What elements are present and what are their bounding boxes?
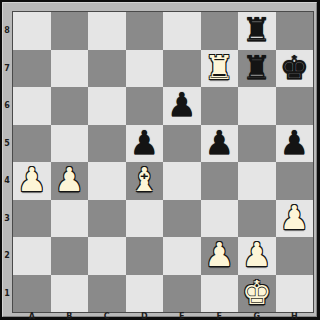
square-b6[interactable] xyxy=(51,87,89,125)
rank-label-2: 2 xyxy=(3,237,11,275)
square-b2[interactable] xyxy=(51,237,89,275)
piece-black-pawn-e6[interactable]: ♟ xyxy=(167,88,197,121)
piece-black-pawn-d5[interactable]: ♟ xyxy=(129,126,159,159)
rank-label-5: 5 xyxy=(3,125,11,163)
piece-white-pawn-f2[interactable]: ♟ xyxy=(204,238,234,271)
piece-black-rook-g7[interactable]: ♜ xyxy=(242,51,272,84)
square-b8[interactable] xyxy=(51,12,89,50)
file-labels: ABCDEFGH xyxy=(13,312,313,320)
square-e6[interactable]: ♟ xyxy=(163,87,201,125)
square-b3[interactable] xyxy=(51,200,89,238)
file-label-d: D xyxy=(126,312,164,320)
rank-label-3: 3 xyxy=(3,200,11,238)
file-label-a: A xyxy=(13,312,51,320)
square-f4[interactable] xyxy=(201,162,239,200)
square-e8[interactable] xyxy=(163,12,201,50)
square-d2[interactable] xyxy=(126,237,164,275)
square-c4[interactable] xyxy=(88,162,126,200)
square-c6[interactable] xyxy=(88,87,126,125)
square-c3[interactable] xyxy=(88,200,126,238)
piece-black-king-h7[interactable]: ♚ xyxy=(279,51,309,84)
square-e1[interactable] xyxy=(163,275,201,313)
square-g2[interactable]: ♟ xyxy=(238,237,276,275)
square-d1[interactable] xyxy=(126,275,164,313)
square-c8[interactable] xyxy=(88,12,126,50)
square-d8[interactable] xyxy=(126,12,164,50)
file-label-h: H xyxy=(276,312,314,320)
square-f1[interactable] xyxy=(201,275,239,313)
square-d3[interactable] xyxy=(126,200,164,238)
square-e7[interactable] xyxy=(163,50,201,88)
piece-white-pawn-a4[interactable]: ♟ xyxy=(17,163,47,196)
square-h5[interactable]: ♟ xyxy=(276,125,314,163)
square-a7[interactable] xyxy=(13,50,51,88)
square-g1[interactable]: ♚ xyxy=(238,275,276,313)
square-g5[interactable] xyxy=(238,125,276,163)
square-g8[interactable]: ♜ xyxy=(238,12,276,50)
square-f6[interactable] xyxy=(201,87,239,125)
square-f2[interactable]: ♟ xyxy=(201,237,239,275)
piece-white-bishop-d4[interactable]: ♝ xyxy=(129,163,159,196)
file-label-f: F xyxy=(201,312,239,320)
file-label-b: B xyxy=(51,312,89,320)
piece-white-pawn-g2[interactable]: ♟ xyxy=(242,238,272,271)
square-f8[interactable] xyxy=(201,12,239,50)
square-b1[interactable] xyxy=(51,275,89,313)
square-d4[interactable]: ♝ xyxy=(126,162,164,200)
square-f3[interactable] xyxy=(201,200,239,238)
piece-black-pawn-f5[interactable]: ♟ xyxy=(204,126,234,159)
square-c7[interactable] xyxy=(88,50,126,88)
rank-label-1: 1 xyxy=(3,275,11,313)
square-h8[interactable] xyxy=(276,12,314,50)
rank-label-8: 8 xyxy=(3,12,11,50)
square-g4[interactable] xyxy=(238,162,276,200)
square-c1[interactable] xyxy=(88,275,126,313)
square-a3[interactable] xyxy=(13,200,51,238)
square-f7[interactable]: ♜ xyxy=(201,50,239,88)
square-b5[interactable] xyxy=(51,125,89,163)
rank-label-7: 7 xyxy=(3,50,11,88)
rank-labels: 87654321 xyxy=(3,12,11,312)
square-a8[interactable] xyxy=(13,12,51,50)
square-h3[interactable]: ♟ xyxy=(276,200,314,238)
piece-white-pawn-h3[interactable]: ♟ xyxy=(279,201,309,234)
piece-black-pawn-h5[interactable]: ♟ xyxy=(279,126,309,159)
square-d7[interactable] xyxy=(126,50,164,88)
square-a1[interactable] xyxy=(13,275,51,313)
rank-label-6: 6 xyxy=(3,87,11,125)
square-g6[interactable] xyxy=(238,87,276,125)
file-label-e: E xyxy=(163,312,201,320)
rank-label-4: 4 xyxy=(3,162,11,200)
piece-black-rook-g8[interactable]: ♜ xyxy=(242,13,272,46)
piece-white-rook-f7[interactable]: ♜ xyxy=(204,51,234,84)
square-h1[interactable] xyxy=(276,275,314,313)
piece-white-king-g1[interactable]: ♚ xyxy=(242,276,272,309)
file-label-c: C xyxy=(88,312,126,320)
chess-diagram: 87654321 ♜♜♜♚♟♟♟♟♟♟♝♟♟♟♚ ABCDEFGH xyxy=(0,0,320,320)
square-a4[interactable]: ♟ xyxy=(13,162,51,200)
square-c2[interactable] xyxy=(88,237,126,275)
square-e3[interactable] xyxy=(163,200,201,238)
square-d5[interactable]: ♟ xyxy=(126,125,164,163)
square-h7[interactable]: ♚ xyxy=(276,50,314,88)
square-c5[interactable] xyxy=(88,125,126,163)
square-a2[interactable] xyxy=(13,237,51,275)
square-e4[interactable] xyxy=(163,162,201,200)
square-b4[interactable]: ♟ xyxy=(51,162,89,200)
square-g3[interactable] xyxy=(238,200,276,238)
square-e5[interactable] xyxy=(163,125,201,163)
square-h2[interactable] xyxy=(276,237,314,275)
square-d6[interactable] xyxy=(126,87,164,125)
square-a5[interactable] xyxy=(13,125,51,163)
square-h6[interactable] xyxy=(276,87,314,125)
file-label-g: G xyxy=(238,312,276,320)
piece-white-pawn-b4[interactable]: ♟ xyxy=(54,163,84,196)
square-e2[interactable] xyxy=(163,237,201,275)
square-f5[interactable]: ♟ xyxy=(201,125,239,163)
board-grid[interactable]: ♜♜♜♚♟♟♟♟♟♟♝♟♟♟♚ xyxy=(12,11,314,313)
square-g7[interactable]: ♜ xyxy=(238,50,276,88)
square-h4[interactable] xyxy=(276,162,314,200)
square-a6[interactable] xyxy=(13,87,51,125)
square-b7[interactable] xyxy=(51,50,89,88)
